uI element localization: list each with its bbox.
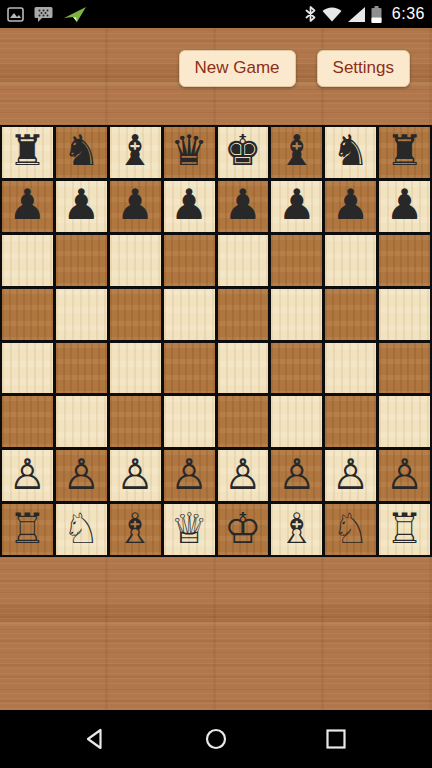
black-knight: ♞ [332, 130, 370, 172]
square-c2[interactable]: ♙ [110, 450, 161, 501]
square-g3[interactable] [325, 396, 376, 447]
square-f6[interactable] [271, 235, 322, 286]
square-h4[interactable] [379, 343, 430, 394]
square-f4[interactable] [271, 343, 322, 394]
square-b7[interactable]: ♟ [56, 181, 107, 232]
black-king: ♚ [224, 130, 262, 172]
square-h5[interactable] [379, 289, 430, 340]
black-pawn: ♟ [170, 184, 208, 226]
back-icon[interactable] [84, 727, 108, 751]
square-c1[interactable]: ♗ [110, 504, 161, 555]
home-icon[interactable] [204, 727, 228, 751]
square-a6[interactable] [2, 235, 53, 286]
square-g8[interactable]: ♞ [325, 127, 376, 178]
black-knight: ♞ [62, 130, 100, 172]
black-pawn: ♟ [62, 184, 100, 226]
square-f8[interactable]: ♝ [271, 127, 322, 178]
new-game-button[interactable]: New Game [179, 50, 296, 87]
square-b2[interactable]: ♙ [56, 450, 107, 501]
black-pawn: ♟ [278, 184, 316, 226]
square-d6[interactable] [164, 235, 215, 286]
status-bar: 6:36 [0, 0, 432, 28]
square-d2[interactable]: ♙ [164, 450, 215, 501]
white-rook: ♖ [9, 508, 47, 550]
white-bishop: ♗ [116, 508, 154, 550]
square-e2[interactable]: ♙ [218, 450, 269, 501]
square-h8[interactable]: ♜ [379, 127, 430, 178]
square-d7[interactable]: ♟ [164, 181, 215, 232]
square-g2[interactable]: ♙ [325, 450, 376, 501]
black-pawn: ♟ [386, 184, 424, 226]
square-g6[interactable] [325, 235, 376, 286]
square-b8[interactable]: ♞ [56, 127, 107, 178]
system-status-icons: 6:36 [305, 5, 425, 23]
black-rook: ♜ [9, 130, 47, 172]
square-c5[interactable] [110, 289, 161, 340]
white-queen: ♕ [170, 508, 208, 550]
square-g7[interactable]: ♟ [325, 181, 376, 232]
square-d3[interactable] [164, 396, 215, 447]
square-a5[interactable] [2, 289, 53, 340]
square-h7[interactable]: ♟ [379, 181, 430, 232]
notification-icons [7, 6, 87, 23]
white-pawn: ♙ [62, 454, 100, 496]
signal-icon [348, 7, 365, 22]
square-e7[interactable]: ♟ [218, 181, 269, 232]
game-background: New Game Settings ♜♞♝♛♚♝♞♜♟♟♟♟♟♟♟♟♙♙♙♙♙♙… [0, 28, 432, 710]
wifi-icon [322, 7, 342, 22]
square-h3[interactable] [379, 396, 430, 447]
square-d4[interactable] [164, 343, 215, 394]
white-bishop: ♗ [278, 508, 316, 550]
green-send-icon [63, 6, 87, 23]
black-pawn: ♟ [332, 184, 370, 226]
square-a4[interactable] [2, 343, 53, 394]
battery-icon [371, 6, 382, 23]
white-rook: ♖ [386, 508, 424, 550]
square-g4[interactable] [325, 343, 376, 394]
square-e4[interactable] [218, 343, 269, 394]
white-pawn: ♙ [224, 454, 262, 496]
black-pawn: ♟ [224, 184, 262, 226]
recents-icon[interactable] [324, 727, 348, 751]
square-f7[interactable]: ♟ [271, 181, 322, 232]
square-d1[interactable]: ♕ [164, 504, 215, 555]
square-a7[interactable]: ♟ [2, 181, 53, 232]
black-bishop: ♝ [278, 130, 316, 172]
square-c3[interactable] [110, 396, 161, 447]
square-b6[interactable] [56, 235, 107, 286]
square-a1[interactable]: ♖ [2, 504, 53, 555]
black-pawn: ♟ [116, 184, 154, 226]
picture-icon [7, 7, 24, 22]
phone-screen: 6:36 New Game Settings ♜♞♝♛♚♝♞♜♟♟♟♟♟♟♟♟♙… [0, 0, 432, 768]
white-king: ♔ [224, 508, 262, 550]
square-e1[interactable]: ♔ [218, 504, 269, 555]
toolbar: New Game Settings [179, 50, 410, 87]
black-bishop: ♝ [116, 130, 154, 172]
black-rook: ♜ [386, 130, 424, 172]
white-pawn: ♙ [9, 454, 47, 496]
square-b5[interactable] [56, 289, 107, 340]
square-g1[interactable]: ♘ [325, 504, 376, 555]
white-pawn: ♙ [170, 454, 208, 496]
bluetooth-icon [305, 6, 316, 22]
square-e8[interactable]: ♚ [218, 127, 269, 178]
black-queen: ♛ [170, 130, 208, 172]
square-a3[interactable] [2, 396, 53, 447]
square-c7[interactable]: ♟ [110, 181, 161, 232]
bbm-messenger-icon [34, 6, 53, 23]
white-pawn: ♙ [386, 454, 424, 496]
white-knight: ♘ [332, 508, 370, 550]
square-f3[interactable] [271, 396, 322, 447]
square-f1[interactable]: ♗ [271, 504, 322, 555]
android-nav-bar [0, 710, 432, 768]
square-d8[interactable]: ♛ [164, 127, 215, 178]
black-pawn: ♟ [9, 184, 47, 226]
square-b3[interactable] [56, 396, 107, 447]
square-d5[interactable] [164, 289, 215, 340]
white-pawn: ♙ [116, 454, 154, 496]
square-b4[interactable] [56, 343, 107, 394]
square-e3[interactable] [218, 396, 269, 447]
square-a8[interactable]: ♜ [2, 127, 53, 178]
square-c6[interactable] [110, 235, 161, 286]
square-b1[interactable]: ♘ [56, 504, 107, 555]
settings-button[interactable]: Settings [317, 50, 410, 87]
square-e6[interactable] [218, 235, 269, 286]
white-pawn: ♙ [332, 454, 370, 496]
square-h2[interactable]: ♙ [379, 450, 430, 501]
clock: 6:36 [392, 5, 425, 23]
square-a2[interactable]: ♙ [2, 450, 53, 501]
square-h6[interactable] [379, 235, 430, 286]
square-f5[interactable] [271, 289, 322, 340]
white-pawn: ♙ [278, 454, 316, 496]
square-f2[interactable]: ♙ [271, 450, 322, 501]
square-g5[interactable] [325, 289, 376, 340]
square-c8[interactable]: ♝ [110, 127, 161, 178]
square-c4[interactable] [110, 343, 161, 394]
chess-board: ♜♞♝♛♚♝♞♜♟♟♟♟♟♟♟♟♙♙♙♙♙♙♙♙♖♘♗♕♔♗♘♖ [0, 125, 432, 557]
square-e5[interactable] [218, 289, 269, 340]
square-h1[interactable]: ♖ [379, 504, 430, 555]
white-knight: ♘ [62, 508, 100, 550]
